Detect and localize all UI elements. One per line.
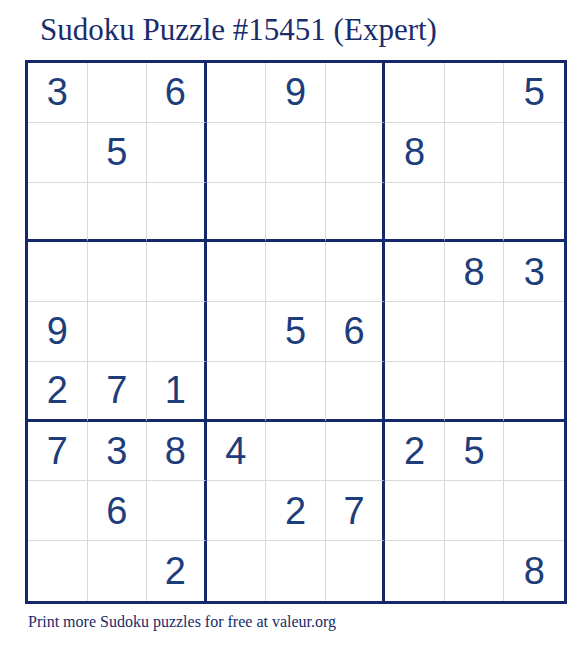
cell-r3c5-empty [266, 183, 326, 243]
cell-r7c8-given-5: 5 [445, 422, 505, 482]
cell-r9c7-empty [385, 541, 445, 601]
cell-r3c7-empty [385, 183, 445, 243]
cell-r9c3-given-2: 2 [147, 541, 207, 601]
cell-r4c5-empty [266, 242, 326, 302]
cell-r7c5-empty [266, 422, 326, 482]
cell-r5c5-given-5: 5 [266, 302, 326, 362]
cell-r7c1-given-7: 7 [28, 422, 88, 482]
cell-r5c3-empty [147, 302, 207, 362]
cell-r2c4-empty [207, 123, 267, 183]
cell-r7c3-given-8: 8 [147, 422, 207, 482]
cell-r6c6-empty [326, 362, 386, 422]
cell-r6c2-given-7: 7 [88, 362, 148, 422]
cell-r3c6-empty [326, 183, 386, 243]
cell-r7c2-given-3: 3 [88, 422, 148, 482]
cell-r8c6-given-7: 7 [326, 481, 386, 541]
footer-text: Print more Sudoku puzzles for free at va… [28, 613, 336, 631]
cell-r8c7-empty [385, 481, 445, 541]
cell-r1c3-given-6: 6 [147, 63, 207, 123]
cell-r5c7-empty [385, 302, 445, 362]
cell-r3c8-empty [445, 183, 505, 243]
cell-r6c3-given-1: 1 [147, 362, 207, 422]
cell-r3c4-empty [207, 183, 267, 243]
cell-r1c7-empty [385, 63, 445, 123]
cell-r7c9-empty [504, 422, 564, 482]
page-title: Sudoku Puzzle #15451 (Expert) [40, 11, 437, 48]
cell-r3c9-empty [504, 183, 564, 243]
cell-r1c6-empty [326, 63, 386, 123]
cell-r2c5-empty [266, 123, 326, 183]
cell-r9c5-empty [266, 541, 326, 601]
cell-r2c6-empty [326, 123, 386, 183]
cell-r5c9-empty [504, 302, 564, 362]
cell-r8c8-empty [445, 481, 505, 541]
cell-r2c2-given-5: 5 [88, 123, 148, 183]
cell-r8c1-empty [28, 481, 88, 541]
cell-r6c4-empty [207, 362, 267, 422]
cell-r9c2-empty [88, 541, 148, 601]
cell-r6c9-empty [504, 362, 564, 422]
cell-r6c8-empty [445, 362, 505, 422]
cell-r4c4-empty [207, 242, 267, 302]
cell-r5c1-given-9: 9 [28, 302, 88, 362]
cell-r1c9-given-5: 5 [504, 63, 564, 123]
cell-r2c3-empty [147, 123, 207, 183]
cell-r2c1-empty [28, 123, 88, 183]
cell-r2c9-empty [504, 123, 564, 183]
sudoku-board: 3695588395627173842562728 [25, 60, 567, 604]
cell-r4c8-given-8: 8 [445, 242, 505, 302]
cell-r7c4-given-4: 4 [207, 422, 267, 482]
cell-r8c3-empty [147, 481, 207, 541]
cell-r3c2-empty [88, 183, 148, 243]
cell-r8c4-empty [207, 481, 267, 541]
cell-r4c2-empty [88, 242, 148, 302]
cell-r7c7-given-2: 2 [385, 422, 445, 482]
cell-r2c7-given-8: 8 [385, 123, 445, 183]
cell-r9c9-given-8: 8 [504, 541, 564, 601]
cell-r9c4-empty [207, 541, 267, 601]
cell-r7c6-empty [326, 422, 386, 482]
cell-r8c9-empty [504, 481, 564, 541]
cell-r9c8-empty [445, 541, 505, 601]
cell-r1c8-empty [445, 63, 505, 123]
cell-r4c6-empty [326, 242, 386, 302]
cell-r2c8-empty [445, 123, 505, 183]
cell-r5c4-empty [207, 302, 267, 362]
cell-r9c1-empty [28, 541, 88, 601]
cell-r4c9-given-3: 3 [504, 242, 564, 302]
cell-r8c2-given-6: 6 [88, 481, 148, 541]
cell-r4c3-empty [147, 242, 207, 302]
cell-r1c5-given-9: 9 [266, 63, 326, 123]
cell-r5c6-given-6: 6 [326, 302, 386, 362]
cell-r1c4-empty [207, 63, 267, 123]
cell-r9c6-empty [326, 541, 386, 601]
cell-r6c7-empty [385, 362, 445, 422]
cell-r1c2-empty [88, 63, 148, 123]
cell-r8c5-given-2: 2 [266, 481, 326, 541]
cell-r5c8-empty [445, 302, 505, 362]
cell-r5c2-empty [88, 302, 148, 362]
cell-r6c5-empty [266, 362, 326, 422]
cell-r6c1-given-2: 2 [28, 362, 88, 422]
cell-r3c3-empty [147, 183, 207, 243]
cell-r4c7-empty [385, 242, 445, 302]
cell-r4c1-empty [28, 242, 88, 302]
cell-r3c1-empty [28, 183, 88, 243]
cell-r1c1-given-3: 3 [28, 63, 88, 123]
